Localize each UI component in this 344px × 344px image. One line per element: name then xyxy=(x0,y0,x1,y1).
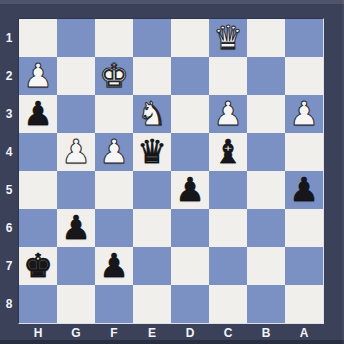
square-b3[interactable] xyxy=(247,95,285,133)
square-f1[interactable] xyxy=(95,19,133,57)
square-d7[interactable] xyxy=(171,247,209,285)
square-d4[interactable] xyxy=(171,133,209,171)
square-g3[interactable] xyxy=(57,95,95,133)
square-c5[interactable] xyxy=(209,171,247,209)
square-g6[interactable]: ♟ xyxy=(57,209,95,247)
rank-label-1: 1 xyxy=(0,19,18,57)
square-h6[interactable] xyxy=(19,209,57,247)
rank-label-6: 6 xyxy=(0,209,18,247)
square-g1[interactable] xyxy=(57,19,95,57)
square-c4[interactable]: ♝ xyxy=(209,133,247,171)
rank-labels: 12345678 xyxy=(0,19,18,323)
square-c7[interactable] xyxy=(209,247,247,285)
rank-label-5: 5 xyxy=(0,171,18,209)
rank-label-8: 8 xyxy=(0,285,18,323)
square-e7[interactable] xyxy=(133,247,171,285)
square-g8[interactable] xyxy=(57,285,95,323)
square-h4[interactable] xyxy=(19,133,57,171)
square-h3[interactable]: ♟ xyxy=(19,95,57,133)
square-e8[interactable] xyxy=(133,285,171,323)
square-a3[interactable]: ♟ xyxy=(285,95,323,133)
square-c3[interactable]: ♟ xyxy=(209,95,247,133)
file-label-h: H xyxy=(19,323,57,342)
square-h5[interactable] xyxy=(19,171,57,209)
piece-white-queen-c1[interactable]: ♛ xyxy=(213,19,243,57)
square-d3[interactable] xyxy=(171,95,209,133)
piece-black-pawn-h3[interactable]: ♟ xyxy=(23,95,53,133)
chess-board-frame: 12345678 ♛♟♚♟♞♟♟♟♟♛♝♟♟♟♚♟ HGFEDCBA xyxy=(0,0,344,344)
square-b8[interactable] xyxy=(247,285,285,323)
file-labels: HGFEDCBA xyxy=(19,323,323,342)
file-label-e: E xyxy=(133,323,171,342)
piece-white-pawn-a3[interactable]: ♟ xyxy=(289,95,319,133)
file-label-a: A xyxy=(285,323,323,342)
square-e6[interactable] xyxy=(133,209,171,247)
square-b5[interactable] xyxy=(247,171,285,209)
square-a8[interactable] xyxy=(285,285,323,323)
square-d8[interactable] xyxy=(171,285,209,323)
piece-white-pawn-f4[interactable]: ♟ xyxy=(99,133,129,171)
square-f2[interactable]: ♚ xyxy=(95,57,133,95)
piece-white-pawn-g4[interactable]: ♟ xyxy=(61,133,91,171)
square-b1[interactable] xyxy=(247,19,285,57)
square-a5[interactable]: ♟ xyxy=(285,171,323,209)
square-f7[interactable]: ♟ xyxy=(95,247,133,285)
rank-label-4: 4 xyxy=(0,133,18,171)
square-d5[interactable]: ♟ xyxy=(171,171,209,209)
piece-black-pawn-f7[interactable]: ♟ xyxy=(99,247,129,285)
piece-black-pawn-a5[interactable]: ♟ xyxy=(289,171,319,209)
square-b2[interactable] xyxy=(247,57,285,95)
square-c1[interactable]: ♛ xyxy=(209,19,247,57)
piece-black-pawn-d5[interactable]: ♟ xyxy=(175,171,205,209)
square-f3[interactable] xyxy=(95,95,133,133)
square-f6[interactable] xyxy=(95,209,133,247)
square-f4[interactable]: ♟ xyxy=(95,133,133,171)
square-h7[interactable]: ♚ xyxy=(19,247,57,285)
piece-black-bishop-c4[interactable]: ♝ xyxy=(213,133,243,171)
square-e1[interactable] xyxy=(133,19,171,57)
square-g7[interactable] xyxy=(57,247,95,285)
square-g4[interactable]: ♟ xyxy=(57,133,95,171)
square-a7[interactable] xyxy=(285,247,323,285)
square-g5[interactable] xyxy=(57,171,95,209)
square-c8[interactable] xyxy=(209,285,247,323)
square-f5[interactable] xyxy=(95,171,133,209)
square-c2[interactable] xyxy=(209,57,247,95)
square-f8[interactable] xyxy=(95,285,133,323)
square-b6[interactable] xyxy=(247,209,285,247)
square-e3[interactable]: ♞ xyxy=(133,95,171,133)
piece-white-knight-e3[interactable]: ♞ xyxy=(137,95,167,133)
square-d6[interactable] xyxy=(171,209,209,247)
square-b7[interactable] xyxy=(247,247,285,285)
square-e5[interactable] xyxy=(133,171,171,209)
file-label-b: B xyxy=(247,323,285,342)
rank-label-7: 7 xyxy=(0,247,18,285)
square-a1[interactable] xyxy=(285,19,323,57)
square-a6[interactable] xyxy=(285,209,323,247)
square-h2[interactable]: ♟ xyxy=(19,57,57,95)
square-e4[interactable]: ♛ xyxy=(133,133,171,171)
board: ♛♟♚♟♞♟♟♟♟♛♝♟♟♟♚♟ xyxy=(18,18,324,324)
square-d2[interactable] xyxy=(171,57,209,95)
piece-white-pawn-h2[interactable]: ♟ xyxy=(23,57,53,95)
square-h8[interactable] xyxy=(19,285,57,323)
file-label-c: C xyxy=(209,323,247,342)
square-h1[interactable] xyxy=(19,19,57,57)
square-c6[interactable] xyxy=(209,209,247,247)
piece-white-king-f2[interactable]: ♚ xyxy=(99,57,129,95)
file-label-g: G xyxy=(57,323,95,342)
square-e2[interactable] xyxy=(133,57,171,95)
square-a2[interactable] xyxy=(285,57,323,95)
piece-black-pawn-g6[interactable]: ♟ xyxy=(61,209,91,247)
rank-label-3: 3 xyxy=(0,95,18,133)
piece-black-queen-e4[interactable]: ♛ xyxy=(137,133,167,171)
file-label-f: F xyxy=(95,323,133,342)
square-b4[interactable] xyxy=(247,133,285,171)
square-g2[interactable] xyxy=(57,57,95,95)
piece-white-pawn-c3[interactable]: ♟ xyxy=(213,95,243,133)
piece-black-king-h7[interactable]: ♚ xyxy=(23,247,53,285)
square-d1[interactable] xyxy=(171,19,209,57)
file-label-d: D xyxy=(171,323,209,342)
rank-label-2: 2 xyxy=(0,57,18,95)
square-a4[interactable] xyxy=(285,133,323,171)
